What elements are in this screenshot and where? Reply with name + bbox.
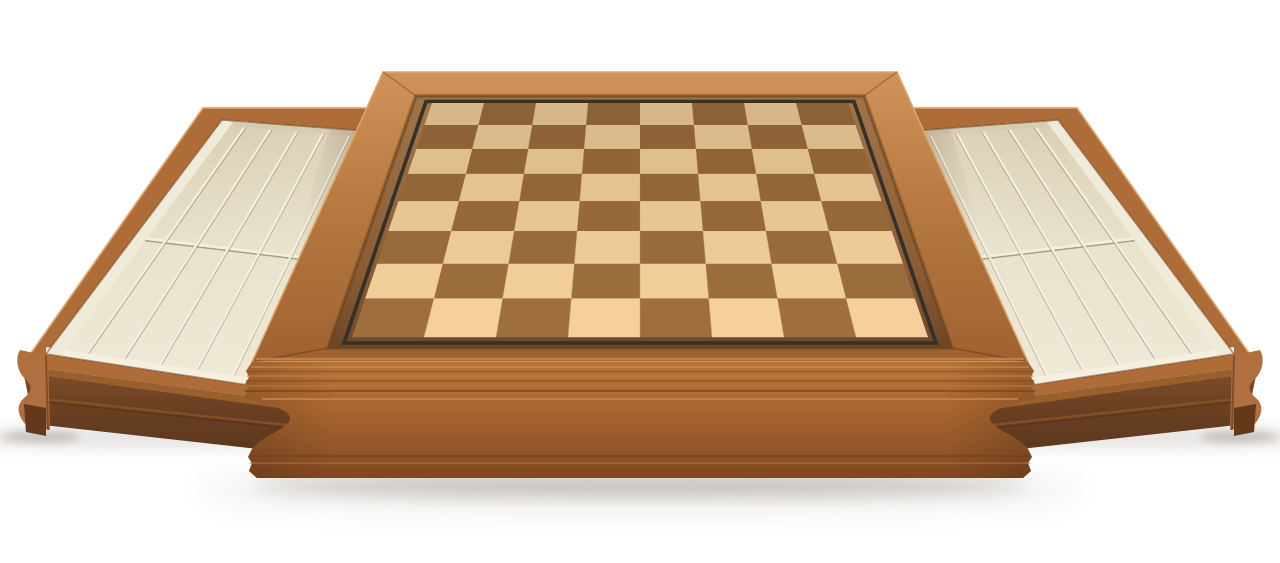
square-b8 — [478, 103, 536, 125]
square-d3 — [574, 231, 640, 263]
square-f3 — [703, 231, 771, 263]
square-d8 — [586, 103, 640, 125]
square-g4 — [761, 201, 829, 231]
square-h1 — [846, 299, 928, 338]
square-b2 — [434, 263, 509, 298]
square-b5 — [459, 174, 524, 201]
square-d6 — [582, 148, 640, 173]
square-e2 — [640, 263, 709, 298]
square-b7 — [472, 125, 532, 149]
square-a7 — [416, 125, 478, 149]
square-h7 — [802, 125, 864, 149]
square-h6 — [808, 148, 873, 173]
square-g1 — [777, 299, 856, 338]
square-h3 — [829, 231, 903, 263]
square-f7 — [694, 125, 752, 149]
chess-board-storage-case-photo — [0, 0, 1280, 563]
square-c2 — [503, 263, 575, 298]
square-e5 — [640, 174, 700, 201]
square-f2 — [706, 263, 778, 298]
square-c1 — [496, 299, 571, 338]
square-a2 — [365, 263, 443, 298]
square-a3 — [377, 231, 451, 263]
square-f8 — [692, 103, 748, 125]
square-b3 — [443, 231, 514, 263]
square-f5 — [698, 174, 761, 201]
square-c7 — [528, 125, 586, 149]
square-e1 — [640, 299, 712, 338]
square-b6 — [466, 148, 528, 173]
square-a6 — [408, 148, 473, 173]
square-a1 — [352, 299, 434, 338]
square-a4 — [388, 201, 459, 231]
square-b1 — [424, 299, 503, 338]
square-g7 — [748, 125, 808, 149]
square-f6 — [696, 148, 756, 173]
square-g2 — [771, 263, 846, 298]
square-g6 — [752, 148, 814, 173]
square-e7 — [640, 125, 696, 149]
square-c5 — [519, 174, 582, 201]
square-e6 — [640, 148, 698, 173]
square-d7 — [584, 125, 640, 149]
square-c8 — [532, 103, 588, 125]
square-f4 — [700, 201, 765, 231]
square-d1 — [568, 299, 640, 338]
right-drawer-foot — [1234, 404, 1256, 436]
square-f1 — [709, 299, 784, 338]
square-h2 — [837, 263, 915, 298]
square-e3 — [640, 231, 706, 263]
square-d5 — [580, 174, 640, 201]
left-drawer-foot — [24, 404, 46, 436]
square-e8 — [640, 103, 694, 125]
square-g3 — [766, 231, 837, 263]
square-g8 — [744, 103, 802, 125]
square-g5 — [756, 174, 821, 201]
square-h4 — [821, 201, 892, 231]
square-e4 — [640, 201, 703, 231]
square-d4 — [577, 201, 640, 231]
square-h8 — [796, 103, 855, 125]
chessboard — [352, 103, 928, 337]
square-c6 — [524, 148, 584, 173]
square-b4 — [451, 201, 519, 231]
square-c4 — [514, 201, 579, 231]
square-a8 — [425, 103, 484, 125]
square-a5 — [398, 174, 465, 201]
square-d2 — [571, 263, 640, 298]
square-h5 — [814, 174, 881, 201]
square-c3 — [509, 231, 577, 263]
